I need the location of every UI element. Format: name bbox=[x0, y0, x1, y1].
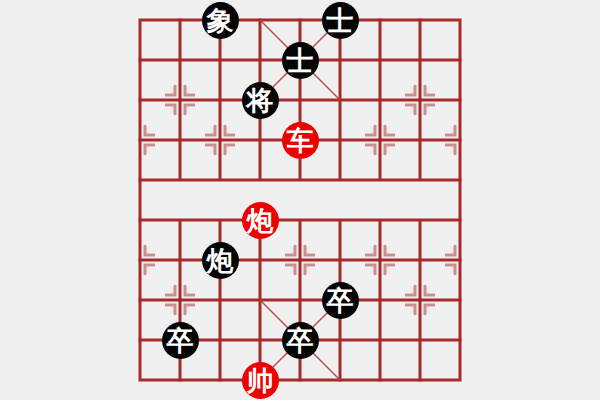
position-marker bbox=[425, 305, 435, 315]
position-marker bbox=[225, 145, 235, 155]
position-marker bbox=[145, 245, 155, 255]
position-marker bbox=[305, 245, 315, 255]
black-cannon[interactable]: 炮 bbox=[202, 242, 239, 279]
black-soldier-1[interactable]: 卒 bbox=[322, 282, 359, 319]
red-chariot[interactable]: 车 bbox=[282, 122, 319, 159]
position-marker bbox=[285, 265, 295, 275]
position-marker bbox=[145, 125, 155, 135]
black-soldier-3[interactable]: 卒 bbox=[282, 322, 319, 359]
position-marker bbox=[285, 245, 295, 255]
black-elephant[interactable]: 象 bbox=[202, 2, 239, 39]
position-marker bbox=[425, 105, 435, 115]
black-advisor-2[interactable]: 士 bbox=[282, 42, 319, 79]
position-marker bbox=[385, 145, 395, 155]
position-marker bbox=[445, 245, 455, 255]
position-marker bbox=[445, 145, 455, 155]
position-marker bbox=[385, 125, 395, 135]
position-marker bbox=[385, 245, 395, 255]
position-marker bbox=[185, 285, 195, 295]
position-marker bbox=[365, 265, 375, 275]
position-marker bbox=[405, 285, 415, 295]
position-marker bbox=[385, 265, 395, 275]
xiangqi-board: 象士士将车炮炮卒卒卒帅 bbox=[0, 0, 600, 400]
position-marker bbox=[365, 125, 375, 135]
position-marker bbox=[145, 145, 155, 155]
red-cannon[interactable]: 炮 bbox=[242, 202, 279, 239]
position-marker bbox=[405, 85, 415, 95]
position-marker bbox=[445, 265, 455, 275]
position-marker bbox=[185, 105, 195, 115]
position-marker bbox=[425, 85, 435, 95]
position-marker bbox=[165, 305, 175, 315]
position-marker bbox=[165, 285, 175, 295]
position-marker bbox=[205, 145, 215, 155]
position-marker bbox=[365, 245, 375, 255]
position-marker bbox=[165, 105, 175, 115]
position-marker bbox=[165, 85, 175, 95]
position-marker bbox=[225, 125, 235, 135]
position-marker bbox=[185, 305, 195, 315]
position-marker bbox=[405, 305, 415, 315]
position-marker bbox=[425, 285, 435, 295]
black-advisor-1[interactable]: 士 bbox=[322, 2, 359, 39]
red-general[interactable]: 帅 bbox=[242, 362, 279, 399]
position-marker bbox=[185, 85, 195, 95]
position-marker bbox=[405, 105, 415, 115]
black-soldier-2[interactable]: 卒 bbox=[162, 322, 199, 359]
black-general[interactable]: 将 bbox=[242, 82, 279, 119]
position-marker bbox=[365, 145, 375, 155]
position-marker bbox=[205, 125, 215, 135]
position-marker bbox=[145, 265, 155, 275]
position-marker bbox=[305, 265, 315, 275]
position-marker bbox=[445, 125, 455, 135]
